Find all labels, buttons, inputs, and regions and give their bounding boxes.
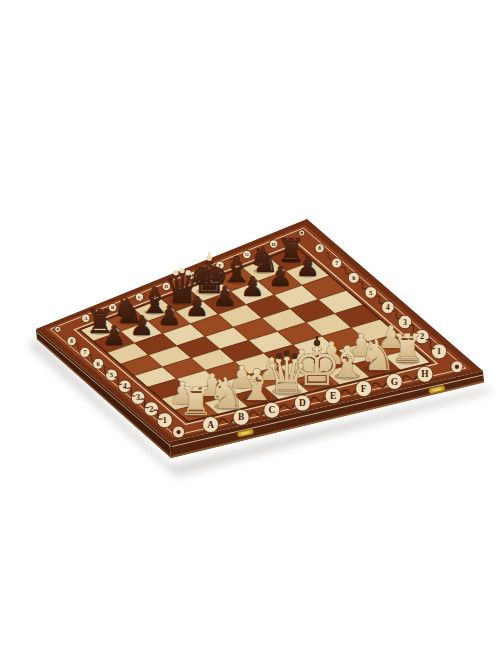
piece-black-pawn-c7[interactable]: ♟ <box>157 300 181 331</box>
finial-cross <box>316 336 318 343</box>
corner-rosette-dot <box>176 430 180 434</box>
chess-set-photo: AABBCCDDEEFFGGHH1122334455667788♜♞♟♝♟♚♟♛… <box>0 0 496 664</box>
rank-medallion-8-left-label: 8 <box>70 338 73 344</box>
finial-accent <box>284 350 290 356</box>
rank-medallion-5-left-label: 5 <box>110 371 114 378</box>
rank-medallion-8-right-label: 8 <box>318 245 321 251</box>
finial-accent <box>173 270 178 275</box>
piece-white-rook-a1[interactable]: ♜ <box>179 379 214 424</box>
rank-medallion-7-right-label: 7 <box>335 260 338 266</box>
rank-medallion-1-right-label: 1 <box>437 346 441 356</box>
finial-cross <box>208 252 210 258</box>
product-photo-canvas: AABBCCDDEEFFGGHH1122334455667788♜♞♟♝♟♚♟♛… <box>0 0 496 664</box>
piece-black-pawn-a7[interactable]: ♟ <box>102 320 126 351</box>
rank-medallion-4-left-label: 4 <box>123 382 127 391</box>
piece-black-pawn-g7[interactable]: ♟ <box>268 261 292 292</box>
piece-black-pawn-d7[interactable]: ♟ <box>185 291 209 322</box>
finial-accent <box>185 270 190 275</box>
rank-medallion-7-left-label: 7 <box>83 349 86 355</box>
piece-black-pawn-e7[interactable]: ♟ <box>213 281 237 312</box>
rank-medallion-1-left-label: 1 <box>162 415 166 425</box>
piece-black-pawn-f7[interactable]: ♟ <box>240 271 264 302</box>
finial-accent <box>179 268 184 273</box>
finial-accent <box>291 353 297 359</box>
finial-accent <box>276 353 282 359</box>
rank-medallion-3-left-label: 3 <box>136 393 140 402</box>
piece-black-pawn-b7[interactable]: ♟ <box>129 310 153 341</box>
corner-rosette-dot <box>455 365 459 369</box>
piece-black-pawn-h7[interactable]: ♟ <box>296 251 320 282</box>
corner-rosette-dot <box>57 328 59 330</box>
rank-medallion-2-left-label: 2 <box>149 405 153 414</box>
rank-medallion-5-right-label: 5 <box>369 289 373 296</box>
rank-medallion-4-right-label: 4 <box>386 303 390 312</box>
